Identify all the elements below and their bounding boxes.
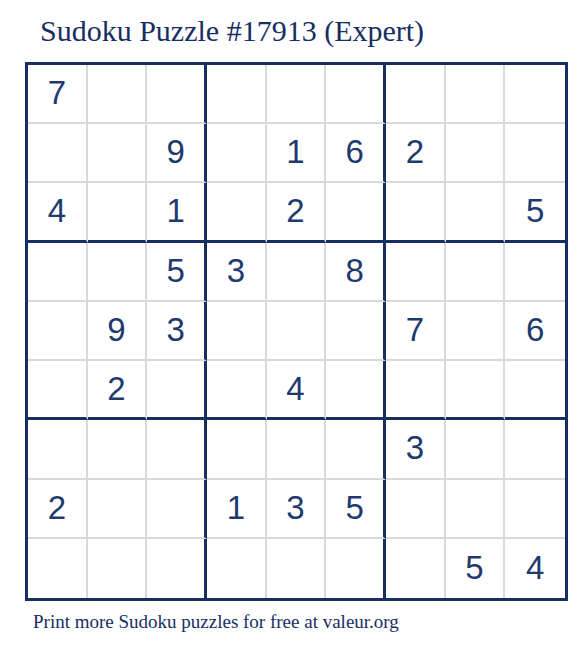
cell-r1c7[interactable] [386, 65, 446, 124]
cell-r9c1[interactable] [28, 539, 88, 598]
cell-r7c2[interactable] [88, 420, 148, 479]
cell-r1c3[interactable] [147, 65, 207, 124]
cell-r1c2[interactable] [88, 65, 148, 124]
cell-r2c9[interactable] [505, 124, 565, 183]
given-digit: 7 [406, 313, 424, 346]
cell-r1c1[interactable]: 7 [28, 65, 88, 124]
cell-r2c6[interactable]: 6 [326, 124, 386, 183]
given-digit: 6 [345, 135, 363, 168]
given-digit: 2 [406, 135, 424, 168]
given-digit: 6 [526, 313, 544, 346]
cell-r7c1[interactable] [28, 420, 88, 479]
cell-r5c7[interactable]: 7 [386, 302, 446, 361]
cell-r6c8[interactable] [446, 361, 506, 420]
cell-r3c4[interactable] [207, 183, 267, 242]
given-digit: 9 [166, 135, 184, 168]
given-digit: 5 [166, 254, 184, 287]
cell-r3c1[interactable]: 4 [28, 183, 88, 242]
cell-r2c1[interactable] [28, 124, 88, 183]
cell-r8c3[interactable] [147, 480, 207, 539]
cell-r9c7[interactable] [386, 539, 446, 598]
cell-r4c6[interactable]: 8 [326, 243, 386, 302]
cell-r2c4[interactable] [207, 124, 267, 183]
given-digit: 3 [227, 254, 245, 287]
given-digit: 9 [107, 313, 125, 346]
cell-r5c2[interactable]: 9 [88, 302, 148, 361]
cell-r3c9[interactable]: 5 [505, 183, 565, 242]
cell-r8c4[interactable]: 1 [207, 480, 267, 539]
cell-r7c6[interactable] [326, 420, 386, 479]
cell-r5c6[interactable] [326, 302, 386, 361]
cell-r7c8[interactable] [446, 420, 506, 479]
cell-r2c8[interactable] [446, 124, 506, 183]
cell-r2c7[interactable]: 2 [386, 124, 446, 183]
cell-r1c4[interactable] [207, 65, 267, 124]
cell-r5c5[interactable] [267, 302, 327, 361]
cell-r1c5[interactable] [267, 65, 327, 124]
given-digit: 3 [406, 431, 424, 464]
cell-r4c8[interactable] [446, 243, 506, 302]
cell-r4c3[interactable]: 5 [147, 243, 207, 302]
cell-r7c7[interactable]: 3 [386, 420, 446, 479]
cell-r6c5[interactable]: 4 [267, 361, 327, 420]
given-digit: 4 [526, 551, 544, 584]
cell-r4c5[interactable] [267, 243, 327, 302]
cell-r8c5[interactable]: 3 [267, 480, 327, 539]
footer-note: Print more Sudoku puzzles for free at va… [33, 611, 399, 633]
cell-r3c7[interactable] [386, 183, 446, 242]
cell-r6c6[interactable] [326, 361, 386, 420]
given-digit: 8 [345, 254, 363, 287]
given-digit: 5 [465, 551, 483, 584]
cell-r1c6[interactable] [326, 65, 386, 124]
cell-r3c3[interactable]: 1 [147, 183, 207, 242]
cell-r4c9[interactable] [505, 243, 565, 302]
given-digit: 5 [345, 491, 363, 524]
cell-r3c6[interactable] [326, 183, 386, 242]
cell-r2c3[interactable]: 9 [147, 124, 207, 183]
page-title: Sudoku Puzzle #17913 (Expert) [40, 14, 424, 48]
cell-r3c5[interactable]: 2 [267, 183, 327, 242]
cell-r9c4[interactable] [207, 539, 267, 598]
cell-r5c8[interactable] [446, 302, 506, 361]
cell-r7c9[interactable] [505, 420, 565, 479]
given-digit: 4 [48, 194, 66, 227]
given-digit: 1 [286, 135, 304, 168]
cell-r8c7[interactable] [386, 480, 446, 539]
cell-r8c6[interactable]: 5 [326, 480, 386, 539]
given-digit: 1 [227, 491, 245, 524]
cell-r6c3[interactable] [147, 361, 207, 420]
cell-r9c6[interactable] [326, 539, 386, 598]
cell-r4c7[interactable] [386, 243, 446, 302]
cell-r9c2[interactable] [88, 539, 148, 598]
given-digit: 5 [526, 194, 544, 227]
cell-r5c9[interactable]: 6 [505, 302, 565, 361]
given-digit: 3 [286, 491, 304, 524]
given-digit: 1 [166, 194, 184, 227]
cell-r8c9[interactable] [505, 480, 565, 539]
cell-r1c8[interactable] [446, 65, 506, 124]
cell-r6c9[interactable] [505, 361, 565, 420]
cell-r4c2[interactable] [88, 243, 148, 302]
cell-r6c7[interactable] [386, 361, 446, 420]
cell-r8c2[interactable] [88, 480, 148, 539]
cell-r5c3[interactable]: 3 [147, 302, 207, 361]
given-digit: 2 [48, 491, 66, 524]
cell-r5c4[interactable] [207, 302, 267, 361]
given-digit: 4 [286, 372, 304, 405]
cell-r3c8[interactable] [446, 183, 506, 242]
cell-r7c4[interactable] [207, 420, 267, 479]
cell-r4c1[interactable] [28, 243, 88, 302]
sudoku-grid: 7916241255389376243213554 [25, 62, 568, 601]
cell-r1c9[interactable] [505, 65, 565, 124]
cell-r2c5[interactable]: 1 [267, 124, 327, 183]
cell-r8c8[interactable] [446, 480, 506, 539]
cell-r8c1[interactable]: 2 [28, 480, 88, 539]
given-digit: 3 [166, 313, 184, 346]
given-digit: 2 [107, 372, 125, 405]
cell-r6c1[interactable] [28, 361, 88, 420]
cell-r4c4[interactable]: 3 [207, 243, 267, 302]
cell-r7c3[interactable] [147, 420, 207, 479]
cell-r7c5[interactable] [267, 420, 327, 479]
cell-r6c4[interactable] [207, 361, 267, 420]
given-digit: 2 [286, 194, 304, 227]
cell-r9c5[interactable] [267, 539, 327, 598]
cell-r9c9[interactable]: 4 [505, 539, 565, 598]
cell-r5c1[interactable] [28, 302, 88, 361]
given-digit: 7 [48, 76, 66, 109]
cell-r9c8[interactable]: 5 [446, 539, 506, 598]
cell-r3c2[interactable] [88, 183, 148, 242]
cell-r6c2[interactable]: 2 [88, 361, 148, 420]
cell-r9c3[interactable] [147, 539, 207, 598]
cell-r2c2[interactable] [88, 124, 148, 183]
